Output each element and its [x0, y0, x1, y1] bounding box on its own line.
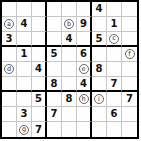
cell-r3c5[interactable]: 4	[62, 32, 77, 47]
cell-r1c4[interactable]	[47, 2, 62, 17]
given-digit: 4	[66, 34, 73, 44]
cell-r7c8[interactable]	[107, 92, 122, 107]
cell-r8c3[interactable]	[32, 107, 47, 122]
letter-marker-f: f	[125, 49, 135, 59]
given-digit: 5	[51, 49, 58, 59]
cell-r3c9[interactable]	[122, 32, 137, 47]
cell-r8c4[interactable]: 7	[47, 107, 62, 122]
cell-r1c8[interactable]	[107, 2, 122, 17]
cell-r9c7[interactable]	[92, 122, 107, 137]
cell-r2c8[interactable]: 1	[107, 17, 122, 32]
cell-r5c5[interactable]	[62, 62, 77, 77]
cell-r6c5[interactable]	[62, 77, 77, 92]
cell-r6c4[interactable]: 8	[47, 77, 62, 92]
given-digit: 8	[51, 79, 58, 89]
cell-r3c6[interactable]	[77, 32, 92, 47]
cell-r6c2[interactable]	[17, 77, 32, 92]
cell-r4c1[interactable]	[2, 47, 17, 62]
cell-r2c4[interactable]	[47, 17, 62, 32]
letter-marker-e: e	[79, 64, 89, 74]
given-digit: 7	[126, 94, 133, 104]
cell-r7c4[interactable]	[47, 92, 62, 107]
cell-r1c9[interactable]	[122, 2, 137, 17]
given-digit: 1	[21, 49, 28, 59]
cell-r9c4[interactable]	[47, 122, 62, 137]
given-digit: 5	[35, 94, 42, 104]
cell-r9c2[interactable]: g	[17, 122, 32, 137]
cell-r7c3[interactable]: 5	[32, 92, 47, 107]
cell-r5c3[interactable]: 4	[32, 62, 47, 77]
cell-r7c7[interactable]: i	[92, 92, 107, 107]
cell-r1c5[interactable]	[62, 2, 77, 17]
cell-r3c8[interactable]: c	[107, 32, 122, 47]
cell-r7c9[interactable]: 7	[122, 92, 137, 107]
cell-r8c6[interactable]	[77, 107, 92, 122]
cell-r6c9[interactable]	[122, 77, 137, 92]
cell-r1c1[interactable]	[2, 2, 17, 17]
cell-r3c4[interactable]	[47, 32, 62, 47]
cell-r3c1[interactable]: 3	[2, 32, 17, 47]
cell-r9c9[interactable]	[122, 122, 137, 137]
cell-r4c3[interactable]	[32, 47, 47, 62]
cell-r6c7[interactable]	[92, 77, 107, 92]
given-digit: 4	[21, 19, 28, 29]
cell-r5c2[interactable]	[17, 62, 32, 77]
cell-r8c2[interactable]: 3	[17, 107, 32, 122]
cell-r3c2[interactable]	[17, 32, 32, 47]
cell-r1c2[interactable]	[17, 2, 32, 17]
cell-r1c6[interactable]	[77, 2, 92, 17]
given-digit: 6	[111, 109, 118, 119]
cell-r8c8[interactable]: 6	[107, 107, 122, 122]
cell-r8c7[interactable]	[92, 107, 107, 122]
cell-r2c5[interactable]: b	[62, 17, 77, 32]
given-digit: 5	[96, 34, 103, 44]
cell-r9c8[interactable]	[107, 122, 122, 137]
given-digit: 4	[35, 64, 42, 74]
cell-r5c4[interactable]	[47, 62, 62, 77]
cell-r5c7[interactable]: 8	[92, 62, 107, 77]
cell-r9c6[interactable]	[77, 122, 92, 137]
letter-marker-c: c	[109, 34, 119, 44]
given-digit: 7	[35, 125, 42, 135]
given-digit: 3	[6, 34, 13, 44]
cell-r6c1[interactable]	[2, 77, 17, 92]
cell-r4c7[interactable]	[92, 47, 107, 62]
cell-r6c6[interactable]: 4	[77, 77, 92, 92]
cell-r4c2[interactable]: 1	[17, 47, 32, 62]
cell-r1c3[interactable]	[32, 2, 47, 17]
cell-r2c7[interactable]	[92, 17, 107, 32]
cell-r5c6[interactable]: e	[77, 62, 92, 77]
given-digit: 4	[96, 4, 103, 14]
cell-r2c2[interactable]: 4	[17, 17, 32, 32]
cell-r4c4[interactable]: 5	[47, 47, 62, 62]
cell-r1c7[interactable]: 4	[92, 2, 107, 17]
cell-r5c8[interactable]	[107, 62, 122, 77]
cell-r8c9[interactable]	[122, 107, 137, 122]
cell-r9c3[interactable]: 7	[32, 122, 47, 137]
cell-r4c6[interactable]: 6	[77, 47, 92, 62]
letter-marker-g: g	[19, 125, 29, 135]
cell-r6c3[interactable]	[32, 77, 47, 92]
cell-r7c2[interactable]	[17, 92, 32, 107]
cell-r7c6[interactable]: h	[77, 92, 92, 107]
letter-marker-b: b	[64, 19, 74, 29]
given-digit: 8	[66, 94, 73, 104]
given-digit: 7	[51, 109, 58, 119]
cell-r7c1[interactable]	[2, 92, 17, 107]
sudoku-board: 4a4b91345c156fd4e884758hi7376g7	[0, 0, 139, 139]
cell-r2c9[interactable]	[122, 17, 137, 32]
cell-r2c6[interactable]: 9	[77, 17, 92, 32]
cell-r6c8[interactable]: 7	[107, 77, 122, 92]
cell-r8c1[interactable]	[2, 107, 17, 122]
cell-r7c5[interactable]: 8	[62, 92, 77, 107]
cell-r9c5[interactable]	[62, 122, 77, 137]
cell-r2c1[interactable]: a	[2, 17, 17, 32]
cell-r8c5[interactable]	[62, 107, 77, 122]
cell-r5c1[interactable]: d	[2, 62, 17, 77]
given-digit: 7	[111, 79, 118, 89]
cell-r4c9[interactable]: f	[122, 47, 137, 62]
cell-r3c7[interactable]: 5	[92, 32, 107, 47]
cell-r4c5[interactable]	[62, 47, 77, 62]
letter-marker-d: d	[4, 64, 14, 74]
given-digit: 1	[111, 19, 118, 29]
cell-r3c3[interactable]	[32, 32, 47, 47]
given-digit: 9	[80, 19, 87, 29]
given-digit: 6	[80, 49, 87, 59]
letter-marker-a: a	[4, 19, 14, 29]
cell-r5c9[interactable]	[122, 62, 137, 77]
cell-r9c1[interactable]	[2, 122, 17, 137]
given-digit: 8	[96, 64, 103, 74]
given-digit: 4	[80, 79, 87, 89]
cell-r2c3[interactable]	[32, 17, 47, 32]
given-digit: 3	[21, 109, 28, 119]
letter-marker-h: h	[79, 94, 89, 104]
cell-r4c8[interactable]	[107, 47, 122, 62]
letter-marker-i: i	[94, 94, 104, 104]
